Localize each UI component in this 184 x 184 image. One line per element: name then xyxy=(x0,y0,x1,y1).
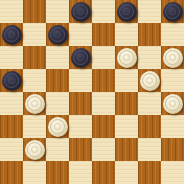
square-e6 xyxy=(92,46,115,69)
square-d5 xyxy=(69,69,92,92)
square-b1 xyxy=(23,161,46,184)
square-h7 xyxy=(161,23,184,46)
square-b8[interactable] xyxy=(23,0,46,23)
square-g3[interactable] xyxy=(138,115,161,138)
checkers-board xyxy=(0,0,184,184)
square-a3[interactable] xyxy=(0,115,23,138)
square-f2[interactable] xyxy=(115,138,138,161)
square-g4 xyxy=(138,92,161,115)
black-man-a7[interactable] xyxy=(2,25,22,45)
square-d6[interactable] xyxy=(69,46,92,69)
black-man-d8[interactable] xyxy=(71,2,91,22)
square-g8 xyxy=(138,0,161,23)
white-man-b4[interactable] xyxy=(25,94,45,114)
square-e4 xyxy=(92,92,115,115)
square-d7 xyxy=(69,23,92,46)
square-h5 xyxy=(161,69,184,92)
square-h6[interactable] xyxy=(161,46,184,69)
square-e2 xyxy=(92,138,115,161)
square-b2[interactable] xyxy=(23,138,46,161)
white-man-f6[interactable] xyxy=(117,48,137,68)
square-a5[interactable] xyxy=(0,69,23,92)
square-f7 xyxy=(115,23,138,46)
square-b7 xyxy=(23,23,46,46)
square-h2[interactable] xyxy=(161,138,184,161)
square-c7[interactable] xyxy=(46,23,69,46)
square-e7[interactable] xyxy=(92,23,115,46)
white-man-h6[interactable] xyxy=(163,48,183,68)
square-a6 xyxy=(0,46,23,69)
square-h8[interactable] xyxy=(161,0,184,23)
white-man-g5[interactable] xyxy=(140,71,160,91)
square-f1 xyxy=(115,161,138,184)
white-man-c3[interactable] xyxy=(48,117,68,137)
square-c3[interactable] xyxy=(46,115,69,138)
square-g2 xyxy=(138,138,161,161)
square-a2 xyxy=(0,138,23,161)
white-man-b2[interactable] xyxy=(25,140,45,160)
square-c6 xyxy=(46,46,69,69)
square-e1[interactable] xyxy=(92,161,115,184)
square-d3 xyxy=(69,115,92,138)
square-c1[interactable] xyxy=(46,161,69,184)
black-man-c7[interactable] xyxy=(48,25,68,45)
black-man-d6[interactable] xyxy=(71,48,91,68)
square-d4[interactable] xyxy=(69,92,92,115)
square-a4 xyxy=(0,92,23,115)
square-g7[interactable] xyxy=(138,23,161,46)
black-man-f8[interactable] xyxy=(117,2,137,22)
square-b5 xyxy=(23,69,46,92)
square-a1[interactable] xyxy=(0,161,23,184)
square-f8[interactable] xyxy=(115,0,138,23)
square-a8 xyxy=(0,0,23,23)
square-d8[interactable] xyxy=(69,0,92,23)
square-c8 xyxy=(46,0,69,23)
square-b4[interactable] xyxy=(23,92,46,115)
white-man-h4[interactable] xyxy=(163,94,183,114)
square-b3 xyxy=(23,115,46,138)
square-b6[interactable] xyxy=(23,46,46,69)
square-g1[interactable] xyxy=(138,161,161,184)
square-h1 xyxy=(161,161,184,184)
square-c4 xyxy=(46,92,69,115)
square-f6[interactable] xyxy=(115,46,138,69)
black-man-a5[interactable] xyxy=(2,71,22,91)
square-f5 xyxy=(115,69,138,92)
square-h4[interactable] xyxy=(161,92,184,115)
square-g5[interactable] xyxy=(138,69,161,92)
square-e5[interactable] xyxy=(92,69,115,92)
square-d2[interactable] xyxy=(69,138,92,161)
square-c5[interactable] xyxy=(46,69,69,92)
square-g6 xyxy=(138,46,161,69)
black-man-h8[interactable] xyxy=(163,2,183,22)
square-c2 xyxy=(46,138,69,161)
square-e8 xyxy=(92,0,115,23)
square-f4[interactable] xyxy=(115,92,138,115)
square-d1 xyxy=(69,161,92,184)
square-e3[interactable] xyxy=(92,115,115,138)
square-h3 xyxy=(161,115,184,138)
square-f3 xyxy=(115,115,138,138)
square-a7[interactable] xyxy=(0,23,23,46)
